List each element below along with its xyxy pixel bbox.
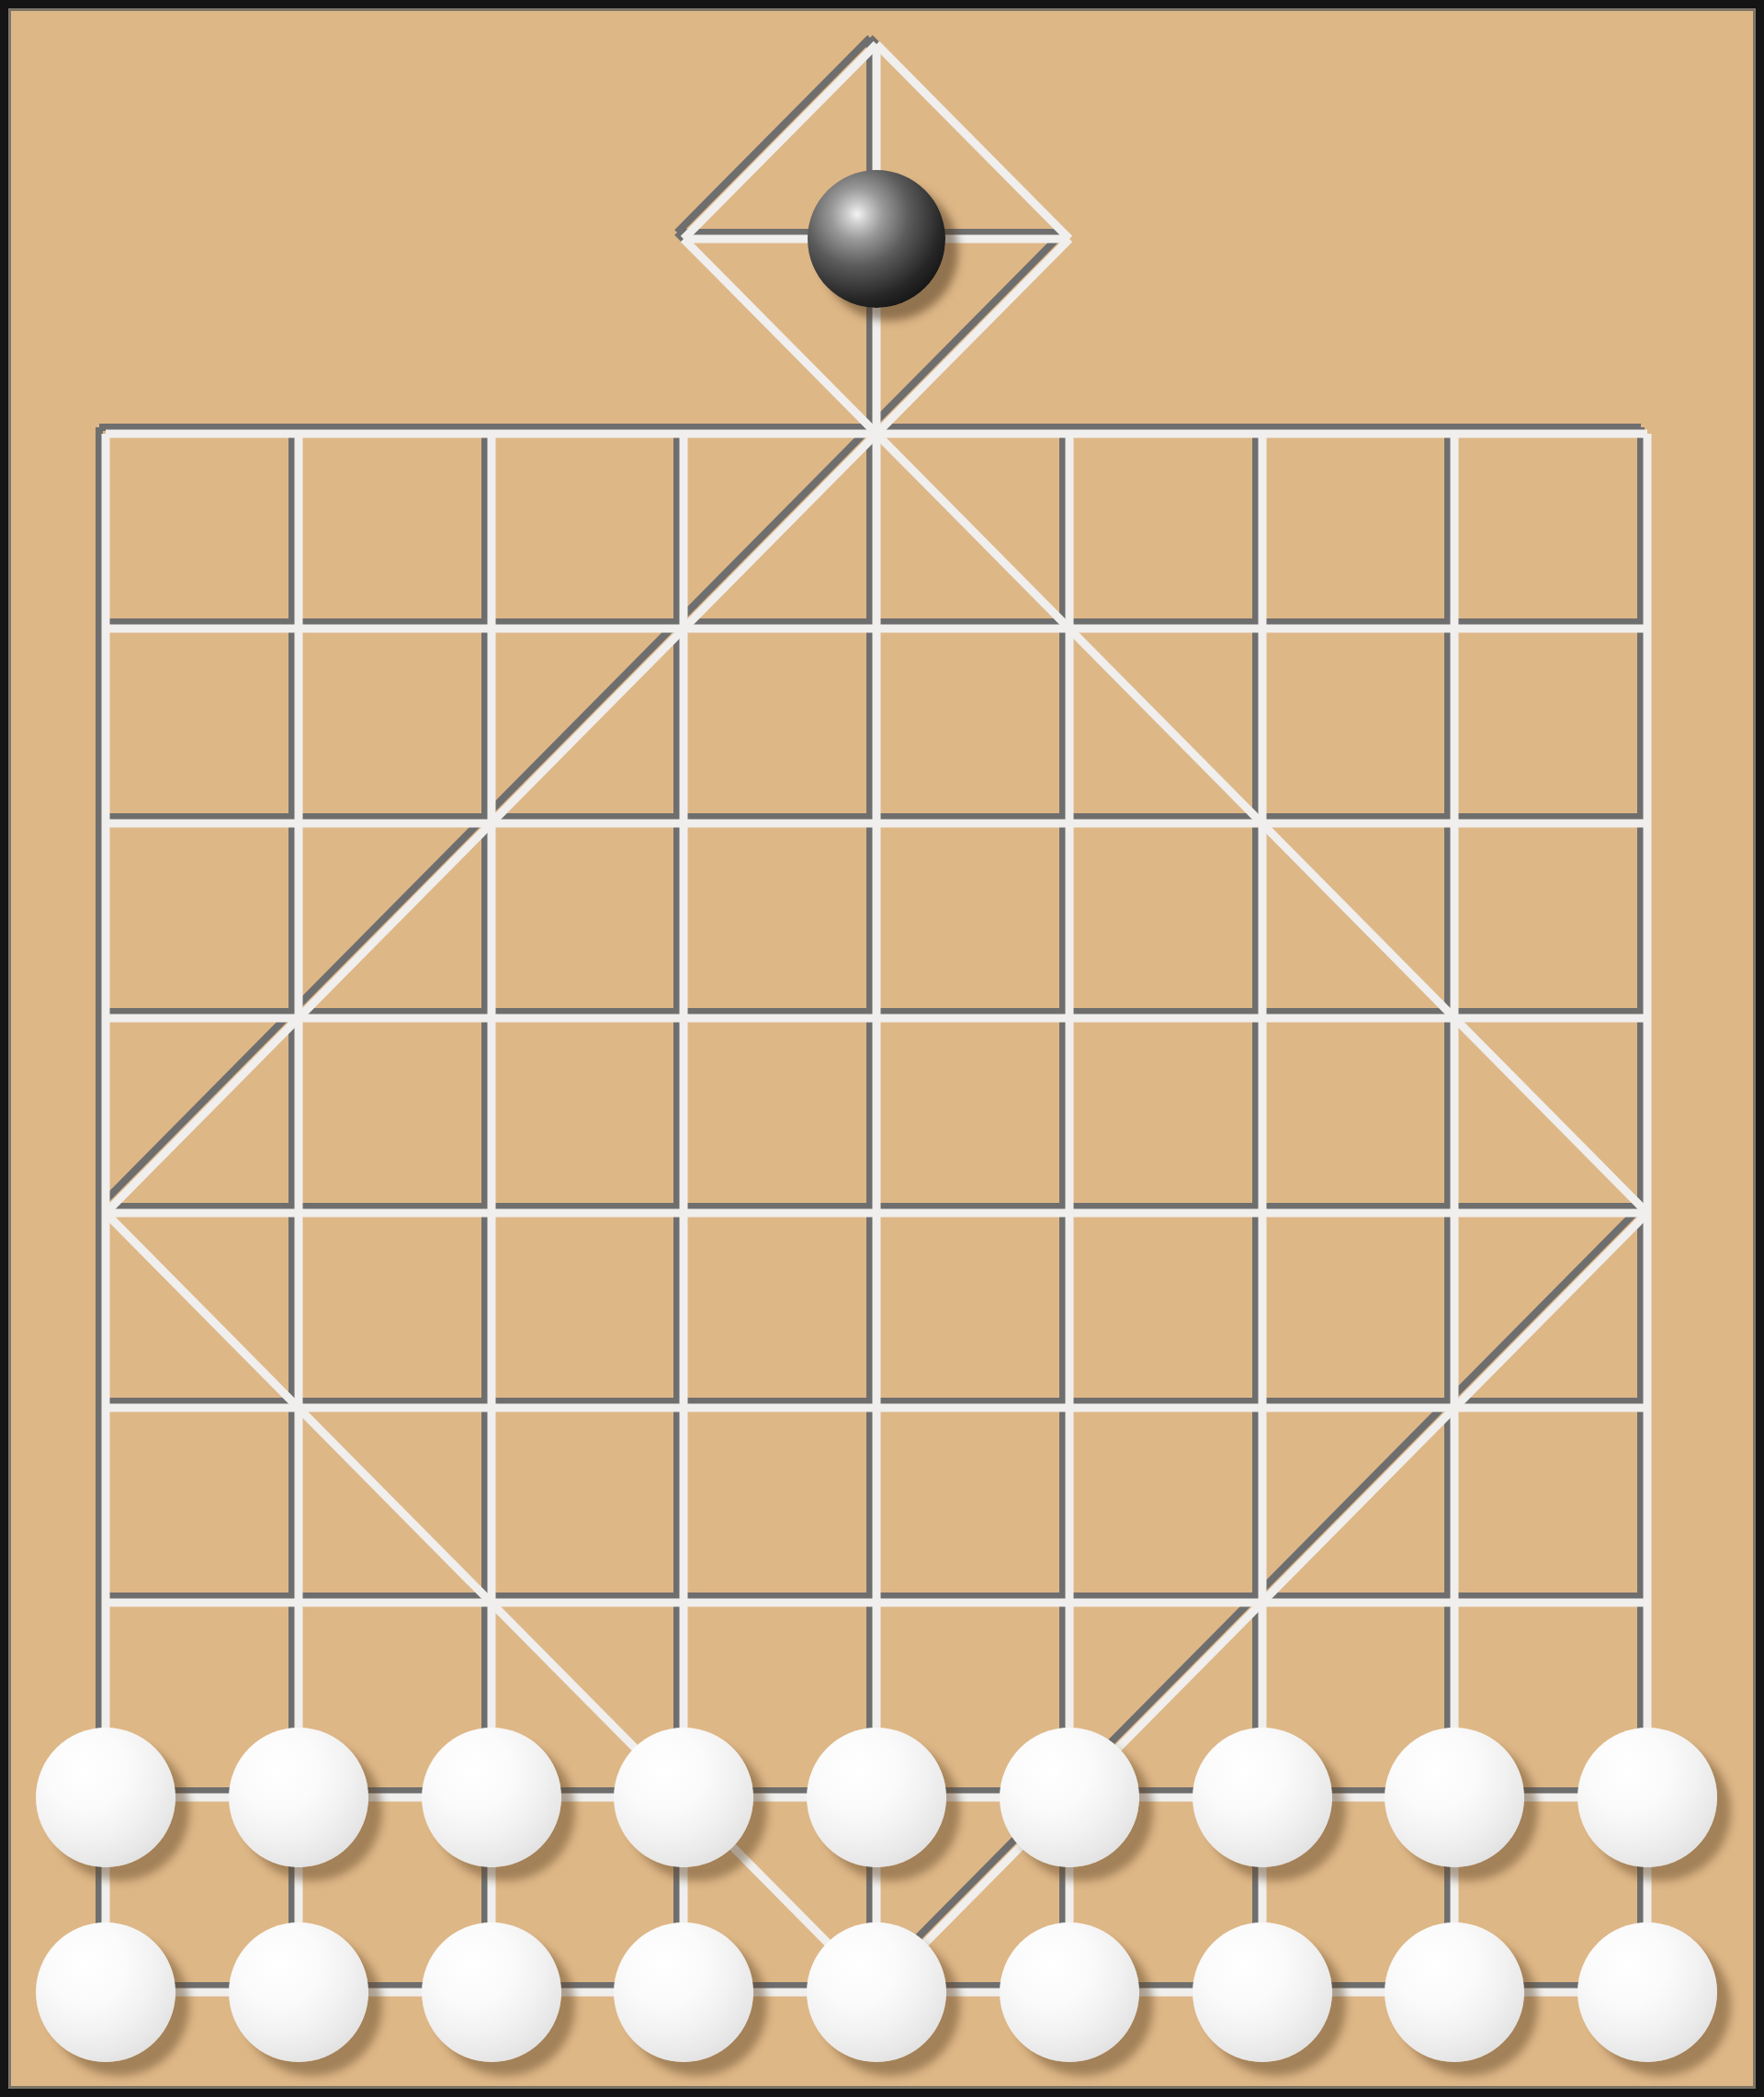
white-hunter-stone[interactable] bbox=[229, 1922, 368, 2062]
white-hunter-stone[interactable] bbox=[36, 1922, 175, 2062]
black-tiger-stone[interactable] bbox=[808, 170, 945, 308]
white-hunter-stone[interactable] bbox=[422, 1728, 561, 1867]
white-hunter-stone[interactable] bbox=[1577, 1728, 1717, 1867]
white-hunter-stone[interactable] bbox=[807, 1728, 946, 1867]
white-hunter-stone[interactable] bbox=[614, 1728, 753, 1867]
pieces-layer bbox=[0, 0, 1764, 2097]
white-hunter-stone[interactable] bbox=[229, 1728, 368, 1867]
white-hunter-stone[interactable] bbox=[1385, 1922, 1524, 2062]
white-hunter-stone[interactable] bbox=[1000, 1922, 1139, 2062]
white-hunter-stone[interactable] bbox=[1000, 1728, 1139, 1867]
game-board: Tiger hunt game (fox-and-geese family): … bbox=[0, 0, 1764, 2097]
white-hunter-stone[interactable] bbox=[1193, 1922, 1332, 2062]
white-hunter-stone[interactable] bbox=[36, 1728, 175, 1867]
white-hunter-stone[interactable] bbox=[1577, 1922, 1717, 2062]
white-hunter-stone[interactable] bbox=[614, 1922, 753, 2062]
white-hunter-stone[interactable] bbox=[1385, 1728, 1524, 1867]
white-hunter-stone[interactable] bbox=[1193, 1728, 1332, 1867]
white-hunter-stone[interactable] bbox=[422, 1922, 561, 2062]
white-hunter-stone[interactable] bbox=[807, 1922, 946, 2062]
